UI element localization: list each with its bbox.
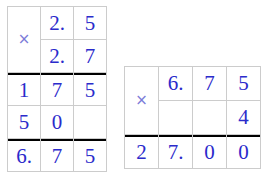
cell-r2c3 xyxy=(193,101,226,134)
cell-r2c3: 7 xyxy=(74,40,106,72)
multiplication-grid-2: × 6. 7 5 4 2 7. 0 0 xyxy=(124,66,261,169)
cell-r2c4: 4 xyxy=(227,101,260,134)
cell-r1c4: 5 xyxy=(227,67,260,100)
cell-r5c3: 5 xyxy=(74,139,106,171)
multiplication-grid-1: × 2. 5 2. 7 1 7 5 5 0 6. 7 5 xyxy=(7,6,107,172)
cell-r5c1: 6. xyxy=(8,139,40,171)
cell-r3c3: 5 xyxy=(74,73,106,105)
cell-r3c1: 1 xyxy=(8,73,40,105)
cell-r3c3: 0 xyxy=(193,135,226,168)
cell-r1c2: 6. xyxy=(159,67,192,100)
cell-r4c1: 5 xyxy=(8,106,40,138)
cell-r3c1: 2 xyxy=(125,135,158,168)
cell-r1c3: 5 xyxy=(74,7,106,39)
cell-r4c2: 0 xyxy=(41,106,73,138)
multiply-icon: × xyxy=(125,67,158,134)
cell-r2c2: 2. xyxy=(41,40,73,72)
multiply-icon: × xyxy=(8,7,40,72)
cell-r3c2: 7. xyxy=(159,135,192,168)
cell-r4c3 xyxy=(74,106,106,138)
cell-r1c2: 2. xyxy=(41,7,73,39)
cell-r2c2 xyxy=(159,101,192,134)
cell-r5c2: 7 xyxy=(41,139,73,171)
cell-r1c3: 7 xyxy=(193,67,226,100)
cell-r3c4: 0 xyxy=(227,135,260,168)
cell-r3c2: 7 xyxy=(41,73,73,105)
